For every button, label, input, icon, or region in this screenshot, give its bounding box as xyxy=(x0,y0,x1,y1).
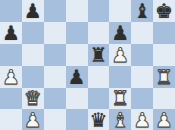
square-h2[interactable]: ♟ xyxy=(153,109,175,130)
square-d5[interactable] xyxy=(66,44,88,66)
piece-black-rook: ♜ xyxy=(88,45,110,66)
square-e6[interactable] xyxy=(88,22,110,44)
square-c6[interactable] xyxy=(44,22,66,44)
square-e4[interactable] xyxy=(88,66,110,88)
piece-white-pawn: ♟ xyxy=(109,45,131,66)
square-h6[interactable] xyxy=(153,22,175,44)
piece-white-rook: ♜ xyxy=(153,67,175,88)
square-h5[interactable] xyxy=(153,44,175,66)
piece-white-pawn: ♟ xyxy=(22,110,44,130)
square-b5[interactable] xyxy=(22,44,44,66)
square-a6[interactable]: ♟ xyxy=(0,22,22,44)
square-b6[interactable] xyxy=(22,22,44,44)
piece-black-queen: ♛ xyxy=(88,110,110,130)
piece-white-pawn: ♟ xyxy=(131,110,153,130)
square-e7[interactable] xyxy=(88,0,110,22)
square-d6[interactable] xyxy=(66,22,88,44)
square-f5[interactable]: ♟ xyxy=(109,44,131,66)
square-c7[interactable] xyxy=(44,0,66,22)
square-e3[interactable] xyxy=(88,88,110,110)
square-c2[interactable] xyxy=(44,109,66,130)
piece-black-pawn: ♟ xyxy=(109,23,131,44)
square-g6[interactable] xyxy=(131,22,153,44)
square-h4[interactable]: ♜ xyxy=(153,66,175,88)
piece-white-bishop: ♝ xyxy=(109,110,131,130)
piece-black-pawn: ♟ xyxy=(0,23,22,44)
square-d3[interactable] xyxy=(66,88,88,110)
square-a3[interactable] xyxy=(0,88,22,110)
square-d2[interactable] xyxy=(66,109,88,130)
square-f2[interactable]: ♝ xyxy=(109,109,131,130)
piece-white-pawn: ♟ xyxy=(0,67,22,88)
square-b7[interactable]: ♟ xyxy=(22,0,44,22)
piece-white-pawn: ♟ xyxy=(153,110,175,130)
chess-board-viewport: ♟♝♚♟♟♜♟♟♟♜♛♜♟♛♝♟♟ xyxy=(0,0,175,130)
square-f3[interactable]: ♜ xyxy=(109,88,131,110)
square-g5[interactable] xyxy=(131,44,153,66)
piece-white-rook: ♜ xyxy=(109,88,131,109)
square-b2[interactable]: ♟ xyxy=(22,109,44,130)
square-g3[interactable] xyxy=(131,88,153,110)
square-c4[interactable] xyxy=(44,66,66,88)
square-a4[interactable]: ♟ xyxy=(0,66,22,88)
square-f4[interactable] xyxy=(109,66,131,88)
square-d4[interactable]: ♟ xyxy=(66,66,88,88)
square-b3[interactable]: ♛ xyxy=(22,88,44,110)
square-a7[interactable] xyxy=(0,0,22,22)
chess-board: ♟♝♚♟♟♜♟♟♟♜♛♜♟♛♝♟♟ xyxy=(0,0,175,130)
piece-black-king: ♚ xyxy=(153,1,175,22)
piece-black-bishop: ♝ xyxy=(131,1,153,22)
square-c3[interactable] xyxy=(44,88,66,110)
square-a5[interactable] xyxy=(0,44,22,66)
square-e2[interactable]: ♛ xyxy=(88,109,110,130)
square-d7[interactable] xyxy=(66,0,88,22)
square-b4[interactable] xyxy=(22,66,44,88)
piece-black-pawn: ♟ xyxy=(22,1,44,22)
square-e5[interactable]: ♜ xyxy=(88,44,110,66)
square-g2[interactable]: ♟ xyxy=(131,109,153,130)
square-f6[interactable]: ♟ xyxy=(109,22,131,44)
square-g4[interactable] xyxy=(131,66,153,88)
square-h7[interactable]: ♚ xyxy=(153,0,175,22)
piece-black-pawn: ♟ xyxy=(66,67,88,88)
square-g7[interactable]: ♝ xyxy=(131,0,153,22)
square-c5[interactable] xyxy=(44,44,66,66)
square-f7[interactable] xyxy=(109,0,131,22)
piece-white-queen: ♛ xyxy=(22,88,44,109)
square-a2[interactable] xyxy=(0,109,22,130)
square-h3[interactable] xyxy=(153,88,175,110)
